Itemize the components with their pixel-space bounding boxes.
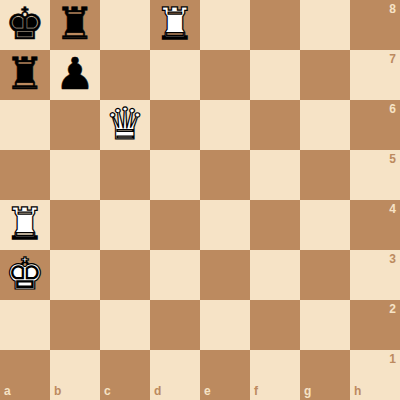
square-h7[interactable]: 7 bbox=[350, 50, 400, 100]
file-label-d: d bbox=[154, 385, 161, 397]
square-e8[interactable] bbox=[200, 0, 250, 50]
square-a7[interactable]: ♜ bbox=[0, 50, 50, 100]
rank-label-7: 7 bbox=[389, 53, 396, 65]
black-rook[interactable]: ♜ bbox=[55, 2, 94, 46]
black-rook[interactable]: ♜ bbox=[5, 52, 44, 96]
square-h6[interactable]: 6 bbox=[350, 100, 400, 150]
square-e7[interactable] bbox=[200, 50, 250, 100]
square-c8[interactable] bbox=[100, 0, 150, 50]
file-label-b: b bbox=[54, 385, 61, 397]
square-f5[interactable] bbox=[250, 150, 300, 200]
square-e4[interactable] bbox=[200, 200, 250, 250]
rank-label-3: 3 bbox=[389, 253, 396, 265]
square-a1[interactable]: a bbox=[0, 350, 50, 400]
file-label-f: f bbox=[254, 385, 258, 397]
square-h4[interactable]: 4 bbox=[350, 200, 400, 250]
square-c6[interactable]: ♛ bbox=[100, 100, 150, 150]
square-a6[interactable] bbox=[0, 100, 50, 150]
square-d3[interactable] bbox=[150, 250, 200, 300]
square-a3[interactable]: ♚ bbox=[0, 250, 50, 300]
white-rook[interactable]: ♜ bbox=[5, 202, 44, 246]
rank-label-8: 8 bbox=[389, 3, 396, 15]
square-e5[interactable] bbox=[200, 150, 250, 200]
square-b7[interactable]: ♟ bbox=[50, 50, 100, 100]
square-e6[interactable] bbox=[200, 100, 250, 150]
square-d5[interactable] bbox=[150, 150, 200, 200]
square-f4[interactable] bbox=[250, 200, 300, 250]
square-c5[interactable] bbox=[100, 150, 150, 200]
file-label-h: h bbox=[354, 385, 361, 397]
square-d1[interactable]: d bbox=[150, 350, 200, 400]
rank-label-4: 4 bbox=[389, 203, 396, 215]
square-a2[interactable] bbox=[0, 300, 50, 350]
square-g6[interactable] bbox=[300, 100, 350, 150]
square-c1[interactable]: c bbox=[100, 350, 150, 400]
square-e3[interactable] bbox=[200, 250, 250, 300]
black-pawn[interactable]: ♟ bbox=[55, 52, 94, 96]
square-g1[interactable]: g bbox=[300, 350, 350, 400]
square-g7[interactable] bbox=[300, 50, 350, 100]
square-b5[interactable] bbox=[50, 150, 100, 200]
square-b3[interactable] bbox=[50, 250, 100, 300]
file-label-g: g bbox=[304, 385, 311, 397]
square-h2[interactable]: 2 bbox=[350, 300, 400, 350]
square-e1[interactable]: e bbox=[200, 350, 250, 400]
square-b1[interactable]: b bbox=[50, 350, 100, 400]
square-d8[interactable]: ♜ bbox=[150, 0, 200, 50]
square-h5[interactable]: 5 bbox=[350, 150, 400, 200]
square-d6[interactable] bbox=[150, 100, 200, 150]
rank-label-2: 2 bbox=[389, 303, 396, 315]
square-g4[interactable] bbox=[300, 200, 350, 250]
square-b6[interactable] bbox=[50, 100, 100, 150]
square-g8[interactable] bbox=[300, 0, 350, 50]
square-h8[interactable]: 8 bbox=[350, 0, 400, 50]
file-label-e: e bbox=[204, 385, 211, 397]
square-g3[interactable] bbox=[300, 250, 350, 300]
square-b4[interactable] bbox=[50, 200, 100, 250]
square-h3[interactable]: 3 bbox=[350, 250, 400, 300]
chess-board: ♚♜♜8♜♟7♛65♜4♚32abcdefgh1 bbox=[0, 0, 400, 400]
square-f6[interactable] bbox=[250, 100, 300, 150]
white-queen[interactable]: ♛ bbox=[105, 102, 144, 146]
square-d4[interactable] bbox=[150, 200, 200, 250]
square-f1[interactable]: f bbox=[250, 350, 300, 400]
file-label-a: a bbox=[4, 385, 11, 397]
rank-label-1: 1 bbox=[389, 353, 396, 365]
white-king[interactable]: ♚ bbox=[5, 252, 44, 296]
file-label-c: c bbox=[104, 385, 111, 397]
square-a5[interactable] bbox=[0, 150, 50, 200]
square-f7[interactable] bbox=[250, 50, 300, 100]
square-c7[interactable] bbox=[100, 50, 150, 100]
square-h1[interactable]: h1 bbox=[350, 350, 400, 400]
square-g5[interactable] bbox=[300, 150, 350, 200]
white-rook[interactable]: ♜ bbox=[155, 2, 194, 46]
square-f8[interactable] bbox=[250, 0, 300, 50]
square-a8[interactable]: ♚ bbox=[0, 0, 50, 50]
square-c3[interactable] bbox=[100, 250, 150, 300]
square-b8[interactable]: ♜ bbox=[50, 0, 100, 50]
square-f2[interactable] bbox=[250, 300, 300, 350]
rank-label-6: 6 bbox=[389, 103, 396, 115]
square-d7[interactable] bbox=[150, 50, 200, 100]
square-a4[interactable]: ♜ bbox=[0, 200, 50, 250]
square-e2[interactable] bbox=[200, 300, 250, 350]
square-d2[interactable] bbox=[150, 300, 200, 350]
square-c2[interactable] bbox=[100, 300, 150, 350]
rank-label-5: 5 bbox=[389, 153, 396, 165]
square-f3[interactable] bbox=[250, 250, 300, 300]
square-b2[interactable] bbox=[50, 300, 100, 350]
square-c4[interactable] bbox=[100, 200, 150, 250]
square-g2[interactable] bbox=[300, 300, 350, 350]
black-king[interactable]: ♚ bbox=[5, 2, 44, 46]
